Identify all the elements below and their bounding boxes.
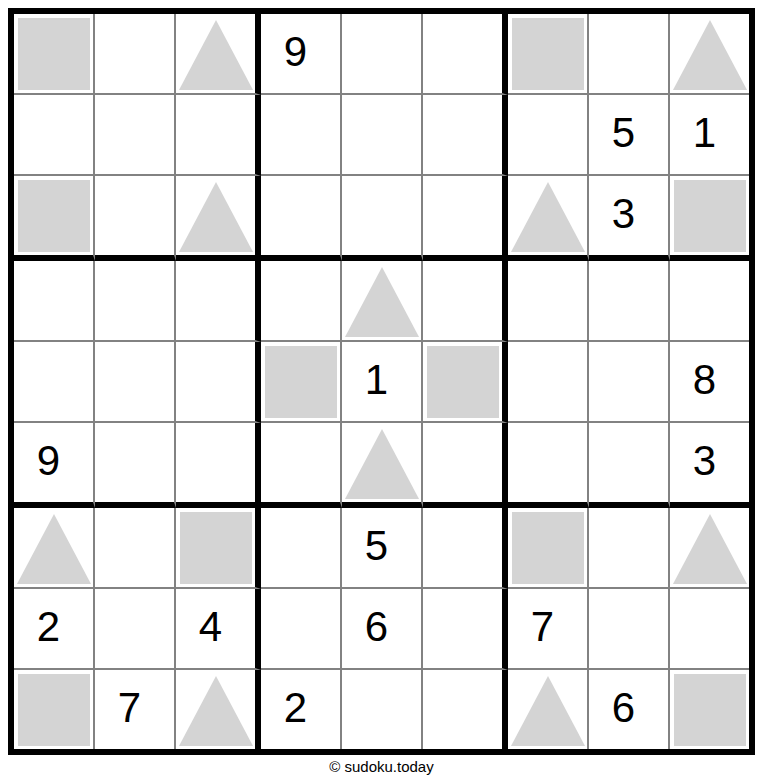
triangle-marker xyxy=(511,676,585,746)
cell-r5c5[interactable]: 1 xyxy=(342,342,423,423)
cell-r6c7[interactable] xyxy=(508,423,589,508)
cell-r2c7[interactable] xyxy=(508,95,589,176)
cell-r6c3[interactable] xyxy=(176,423,261,508)
triangle-marker xyxy=(179,20,253,90)
triangle-marker xyxy=(673,20,747,90)
cell-r4c4[interactable] xyxy=(261,261,342,342)
square-marker xyxy=(427,346,499,418)
cell-r3c2[interactable] xyxy=(95,176,176,261)
cell-r7c3[interactable] xyxy=(176,508,261,589)
cell-r2c9[interactable]: 1 xyxy=(670,95,749,176)
cell-r8c3[interactable]: 4 xyxy=(176,589,261,670)
cell-r8c6[interactable] xyxy=(423,589,508,670)
given-digit: 7 xyxy=(118,687,141,729)
square-marker xyxy=(18,180,90,252)
cell-r3c8[interactable]: 3 xyxy=(589,176,670,261)
cell-r3c1[interactable] xyxy=(14,176,95,261)
cell-r7c5[interactable]: 5 xyxy=(342,508,423,589)
cell-r4c8[interactable] xyxy=(589,261,670,342)
cell-r2c1[interactable] xyxy=(14,95,95,176)
cell-r9c3[interactable] xyxy=(176,670,261,749)
cell-r5c6[interactable] xyxy=(423,342,508,423)
triangle-marker xyxy=(511,182,585,252)
cell-r6c9[interactable]: 3 xyxy=(670,423,749,508)
cell-r8c8[interactable] xyxy=(589,589,670,670)
cell-r3c4[interactable] xyxy=(261,176,342,261)
cell-r7c2[interactable] xyxy=(95,508,176,589)
cell-r2c6[interactable] xyxy=(423,95,508,176)
cell-r3c9[interactable] xyxy=(670,176,749,261)
cell-r7c7[interactable] xyxy=(508,508,589,589)
cell-r9c4[interactable]: 2 xyxy=(261,670,342,749)
cell-r5c3[interactable] xyxy=(176,342,261,423)
cell-r4c2[interactable] xyxy=(95,261,176,342)
cell-r4c3[interactable] xyxy=(176,261,261,342)
cell-r8c2[interactable] xyxy=(95,589,176,670)
cell-r2c3[interactable] xyxy=(176,95,261,176)
given-digit: 3 xyxy=(612,193,635,235)
cell-r2c5[interactable] xyxy=(342,95,423,176)
cell-r1c6[interactable] xyxy=(423,14,508,95)
cell-r2c4[interactable] xyxy=(261,95,342,176)
triangle-marker xyxy=(345,267,419,337)
cell-r6c5[interactable] xyxy=(342,423,423,508)
cell-r5c1[interactable] xyxy=(14,342,95,423)
cell-r1c7[interactable] xyxy=(508,14,589,95)
given-digit: 5 xyxy=(612,112,635,154)
cell-r1c9[interactable] xyxy=(670,14,749,95)
cell-r5c2[interactable] xyxy=(95,342,176,423)
cell-r9c1[interactable] xyxy=(14,670,95,749)
triangle-marker xyxy=(179,182,253,252)
cell-r7c1[interactable] xyxy=(14,508,95,589)
cell-r9c5[interactable] xyxy=(342,670,423,749)
cell-r1c5[interactable] xyxy=(342,14,423,95)
copyright-credit: © sudoku.today xyxy=(8,758,755,775)
cell-r2c8[interactable]: 5 xyxy=(589,95,670,176)
cell-r5c4[interactable] xyxy=(261,342,342,423)
square-marker xyxy=(512,18,584,90)
triangle-marker xyxy=(345,429,419,499)
cell-r3c6[interactable] xyxy=(423,176,508,261)
given-digit: 4 xyxy=(199,606,222,648)
cell-r8c5[interactable]: 6 xyxy=(342,589,423,670)
given-digit: 6 xyxy=(365,606,388,648)
cell-r6c1[interactable]: 9 xyxy=(14,423,95,508)
cell-r1c2[interactable] xyxy=(95,14,176,95)
cell-r6c4[interactable] xyxy=(261,423,342,508)
cell-r4c5[interactable] xyxy=(342,261,423,342)
cell-r5c7[interactable] xyxy=(508,342,589,423)
cell-r1c4[interactable]: 9 xyxy=(261,14,342,95)
given-digit: 9 xyxy=(37,440,60,482)
cell-r6c2[interactable] xyxy=(95,423,176,508)
triangle-marker xyxy=(179,676,253,746)
square-marker xyxy=(18,674,90,746)
given-digit: 2 xyxy=(284,687,307,729)
given-digit: 5 xyxy=(365,525,388,567)
cell-r9c6[interactable] xyxy=(423,670,508,749)
given-digit: 1 xyxy=(365,359,388,401)
cell-r7c6[interactable] xyxy=(423,508,508,589)
given-digit: 1 xyxy=(693,112,716,154)
cell-r9c2[interactable]: 7 xyxy=(95,670,176,749)
given-digit: 7 xyxy=(531,606,554,648)
square-marker xyxy=(674,180,746,252)
cell-r5c8[interactable] xyxy=(589,342,670,423)
sudoku-page: 9513189352467726 © sudoku.today xyxy=(0,0,767,777)
cell-r9c7[interactable] xyxy=(508,670,589,749)
cell-r4c1[interactable] xyxy=(14,261,95,342)
given-digit: 2 xyxy=(37,606,60,648)
cell-r7c4[interactable] xyxy=(261,508,342,589)
cell-r4c9[interactable] xyxy=(670,261,749,342)
cell-r4c7[interactable] xyxy=(508,261,589,342)
square-marker xyxy=(180,512,252,584)
given-digit: 9 xyxy=(284,31,307,73)
cell-r6c6[interactable] xyxy=(423,423,508,508)
cell-r8c7[interactable]: 7 xyxy=(508,589,589,670)
square-marker xyxy=(674,674,746,746)
cell-r9c9[interactable] xyxy=(670,670,749,749)
cell-r7c8[interactable] xyxy=(589,508,670,589)
square-marker xyxy=(512,512,584,584)
cell-r4c6[interactable] xyxy=(423,261,508,342)
cell-r1c8[interactable] xyxy=(589,14,670,95)
given-digit: 6 xyxy=(612,687,635,729)
cell-r6c8[interactable] xyxy=(589,423,670,508)
cell-r8c4[interactable] xyxy=(261,589,342,670)
given-digit: 8 xyxy=(693,359,716,401)
cell-r1c3[interactable] xyxy=(176,14,261,95)
cell-r9c8[interactable]: 6 xyxy=(589,670,670,749)
sudoku-board: 9513189352467726 xyxy=(8,8,755,755)
cell-r3c5[interactable] xyxy=(342,176,423,261)
cell-r2c2[interactable] xyxy=(95,95,176,176)
triangle-marker xyxy=(17,514,91,584)
cell-r3c7[interactable] xyxy=(508,176,589,261)
square-marker xyxy=(18,18,90,90)
cell-r8c1[interactable]: 2 xyxy=(14,589,95,670)
cell-r8c9[interactable] xyxy=(670,589,749,670)
cell-r7c9[interactable] xyxy=(670,508,749,589)
given-digit: 3 xyxy=(693,440,716,482)
square-marker xyxy=(265,346,337,418)
cell-r5c9[interactable]: 8 xyxy=(670,342,749,423)
cell-r1c1[interactable] xyxy=(14,14,95,95)
triangle-marker xyxy=(673,514,747,584)
cell-r3c3[interactable] xyxy=(176,176,261,261)
